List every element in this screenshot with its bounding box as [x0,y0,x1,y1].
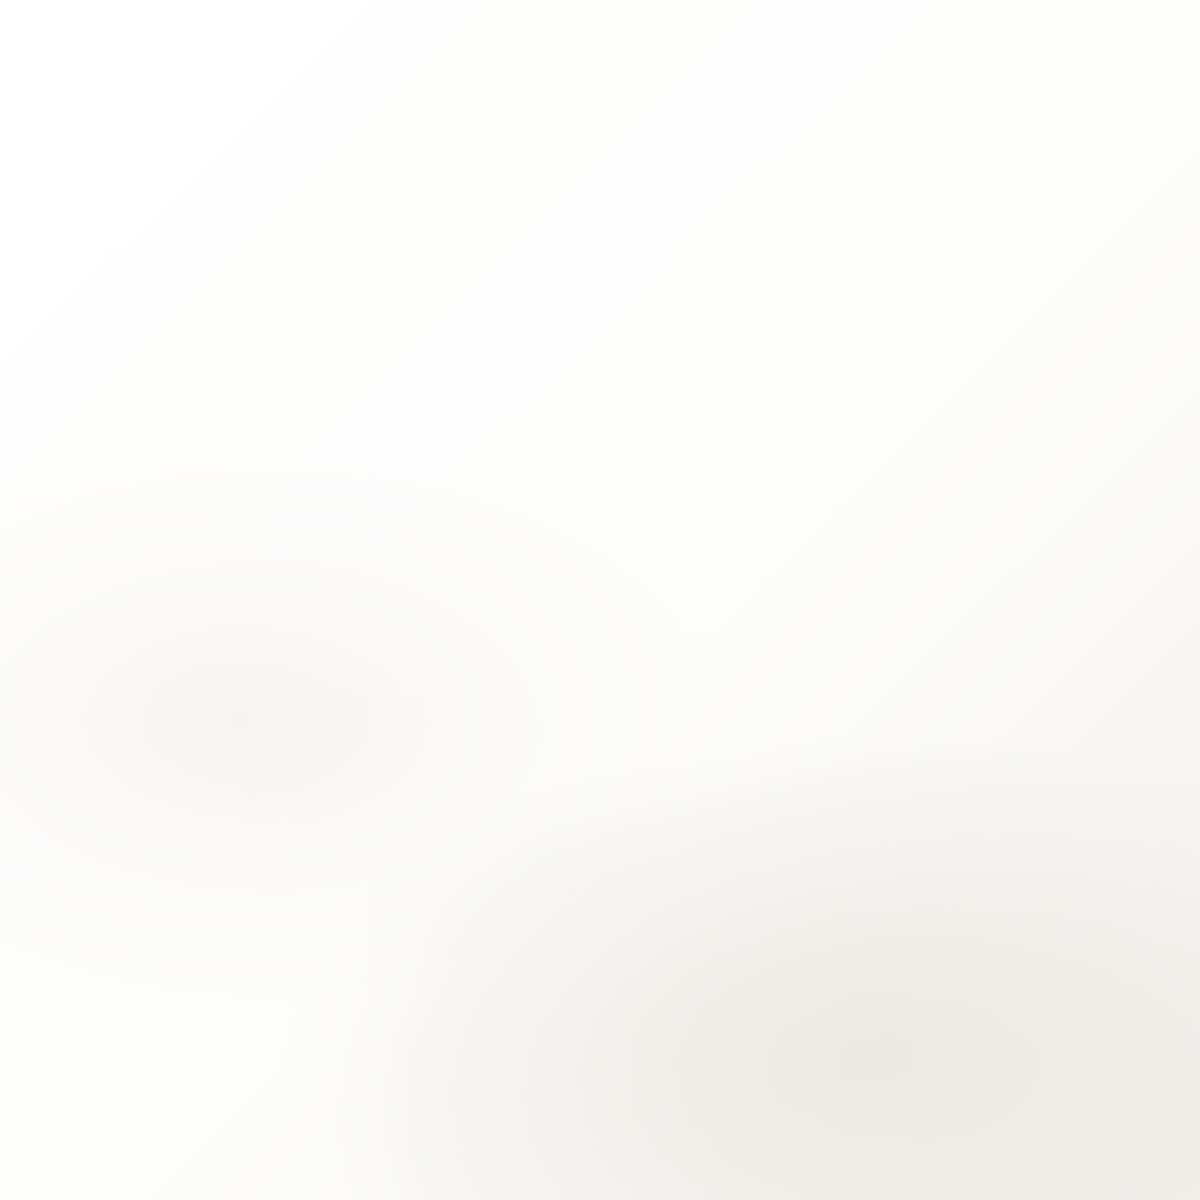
product-photo-scene [0,0,1200,1200]
loose-insert-pile [0,0,1200,1200]
